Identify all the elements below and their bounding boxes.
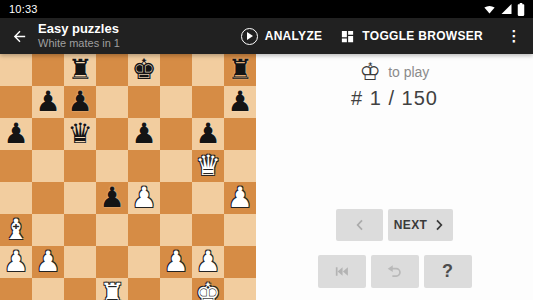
square-e6[interactable]: ♟: [128, 118, 160, 150]
square-g3[interactable]: [192, 214, 224, 246]
toggle-browser-button[interactable]: TOGGLE BROWSER: [340, 29, 483, 44]
clock: 10:33: [9, 3, 38, 15]
square-g5[interactable]: ♛: [192, 150, 224, 182]
square-b2[interactable]: ♟: [32, 246, 64, 278]
square-e8[interactable]: ♚: [128, 54, 160, 86]
overflow-menu-button[interactable]: ⋮: [501, 18, 527, 54]
square-h7[interactable]: ♟: [224, 86, 256, 118]
square-c7[interactable]: ♟: [64, 86, 96, 118]
square-f6[interactable]: [160, 118, 192, 150]
previous-puzzle-button[interactable]: [336, 209, 383, 241]
square-h5[interactable]: [224, 150, 256, 182]
header-actions: ANALYZE TOGGLE BROWSER ⋮: [241, 18, 527, 54]
white-pawn: ♟: [32, 246, 64, 278]
restart-puzzle-button[interactable]: [318, 255, 366, 288]
square-e4[interactable]: ♟: [128, 182, 160, 214]
nav-buttons: NEXT: [256, 209, 533, 241]
square-g7[interactable]: [192, 86, 224, 118]
next-label: NEXT: [394, 218, 428, 232]
arrow-back-icon: [11, 28, 28, 45]
black-pawn: ♟: [96, 182, 128, 214]
square-c8[interactable]: ♜: [64, 54, 96, 86]
square-c2[interactable]: [64, 246, 96, 278]
signal-icon: [500, 3, 513, 15]
square-c3[interactable]: [64, 214, 96, 246]
square-b3[interactable]: [32, 214, 64, 246]
next-puzzle-button[interactable]: NEXT: [388, 209, 453, 241]
square-f3[interactable]: [160, 214, 192, 246]
square-h8[interactable]: ♜: [224, 54, 256, 86]
square-a8[interactable]: [0, 54, 32, 86]
black-queen: ♛: [64, 118, 96, 150]
square-e2[interactable]: [128, 246, 160, 278]
square-d7[interactable]: [96, 86, 128, 118]
square-h6[interactable]: [224, 118, 256, 150]
chess-board: ♜♚♜♟♟♟♟♛♟♟♛♟♟♟♝♟♟♟♟♜♚: [0, 54, 256, 300]
square-e3[interactable]: [128, 214, 160, 246]
white-pawn: ♟: [160, 246, 192, 278]
title-block: Easy puzzles White mates in 1: [38, 22, 120, 50]
square-h3[interactable]: [224, 214, 256, 246]
square-a1[interactable]: [0, 278, 32, 300]
square-a4[interactable]: [0, 182, 32, 214]
chevron-right-icon: [431, 217, 447, 233]
square-e7[interactable]: [128, 86, 160, 118]
square-d4[interactable]: ♟: [96, 182, 128, 214]
white-king-icon: ♔: [360, 58, 382, 86]
wifi-icon: [483, 3, 496, 15]
black-rook: ♜: [224, 54, 256, 86]
white-pawn: ♟: [224, 182, 256, 214]
question-mark-icon: ?: [442, 261, 453, 282]
toggle-browser-label: TOGGLE BROWSER: [362, 29, 483, 43]
status-icons: [483, 3, 525, 16]
square-a2[interactable]: ♟: [0, 246, 32, 278]
black-pawn: ♟: [64, 86, 96, 118]
overflow-dots-icon: ⋮: [507, 27, 522, 45]
black-rook: ♜: [64, 54, 96, 86]
square-f5[interactable]: [160, 150, 192, 182]
square-d6[interactable]: [96, 118, 128, 150]
square-f2[interactable]: ♟: [160, 246, 192, 278]
square-a6[interactable]: ♟: [0, 118, 32, 150]
square-h2[interactable]: [224, 246, 256, 278]
square-g6[interactable]: ♟: [192, 118, 224, 150]
skip-to-start-icon: [333, 263, 350, 280]
analyze-label: ANALYZE: [265, 29, 323, 43]
square-d2[interactable]: [96, 246, 128, 278]
white-bishop: ♝: [0, 214, 32, 246]
hint-button[interactable]: ?: [424, 255, 472, 288]
white-pawn: ♟: [0, 246, 32, 278]
undo-icon: [386, 263, 403, 280]
square-g4[interactable]: [192, 182, 224, 214]
black-pawn: ♟: [32, 86, 64, 118]
square-d3[interactable]: [96, 214, 128, 246]
white-pawn: ♟: [192, 246, 224, 278]
black-pawn: ♟: [224, 86, 256, 118]
white-pawn: ♟: [128, 182, 160, 214]
square-f4[interactable]: [160, 182, 192, 214]
status-bar: 10:33: [0, 0, 533, 18]
square-d8[interactable]: [96, 54, 128, 86]
to-play-label: to play: [388, 64, 429, 80]
square-d1[interactable]: ♜: [96, 278, 128, 300]
square-a3[interactable]: ♝: [0, 214, 32, 246]
black-pawn: ♟: [192, 118, 224, 150]
square-b6[interactable]: [32, 118, 64, 150]
play-circle-icon: [241, 28, 258, 45]
puzzle-panel: ♔ to play # 1 / 150 NEXT: [256, 54, 533, 300]
square-c4[interactable]: [64, 182, 96, 214]
dashboard-icon: [340, 29, 355, 44]
square-b8[interactable]: [32, 54, 64, 86]
white-king: ♚: [192, 278, 224, 300]
back-button[interactable]: [0, 18, 38, 54]
square-e1[interactable]: [128, 278, 160, 300]
square-c5[interactable]: [64, 150, 96, 182]
analyze-button[interactable]: ANALYZE: [241, 28, 323, 45]
square-c6[interactable]: ♛: [64, 118, 96, 150]
square-b4[interactable]: [32, 182, 64, 214]
square-h4[interactable]: ♟: [224, 182, 256, 214]
white-rook: ♜: [96, 278, 128, 300]
black-pawn: ♟: [128, 118, 160, 150]
chevron-left-icon: [352, 217, 368, 233]
square-g8[interactable]: [192, 54, 224, 86]
square-f1[interactable]: [160, 278, 192, 300]
square-h1[interactable]: [224, 278, 256, 300]
square-a5[interactable]: [0, 150, 32, 182]
square-g2[interactable]: ♟: [192, 246, 224, 278]
app-screen: 10:33 Easy puzzles White mates in 1: [0, 0, 533, 300]
battery-icon: [517, 3, 525, 16]
page-subtitle: White mates in 1: [38, 37, 120, 50]
black-king: ♚: [128, 54, 160, 86]
square-a7[interactable]: [0, 86, 32, 118]
square-d5[interactable]: [96, 150, 128, 182]
square-b7[interactable]: ♟: [32, 86, 64, 118]
square-f8[interactable]: [160, 54, 192, 86]
undo-move-button[interactable]: [371, 255, 419, 288]
square-c1[interactable]: [64, 278, 96, 300]
square-e5[interactable]: [128, 150, 160, 182]
page-title: Easy puzzles: [38, 22, 120, 37]
square-f7[interactable]: [160, 86, 192, 118]
side-to-move: ♔ to play: [256, 58, 533, 86]
square-g1[interactable]: ♚: [192, 278, 224, 300]
square-b1[interactable]: [32, 278, 64, 300]
black-pawn: ♟: [0, 118, 32, 150]
tool-buttons: ?: [256, 255, 533, 288]
puzzle-counter: # 1 / 150: [256, 87, 533, 110]
white-queen: ♛: [192, 150, 224, 182]
app-bar: Easy puzzles White mates in 1 ANALYZE TO…: [0, 18, 533, 54]
square-b5[interactable]: [32, 150, 64, 182]
